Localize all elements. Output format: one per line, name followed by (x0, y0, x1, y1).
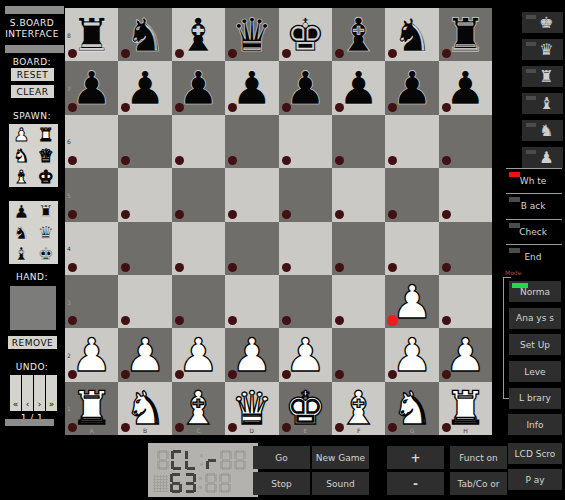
square-h2[interactable]: ♟ (439, 328, 492, 381)
square-dot (282, 49, 291, 58)
lcd-digit-C (171, 450, 183, 470)
file-label-d: D (225, 427, 278, 434)
square-h3[interactable] (439, 275, 492, 328)
square-dot (121, 210, 130, 219)
square-dot (442, 210, 451, 219)
undo-first-button[interactable]: « (10, 375, 21, 411)
lcd-digit-8 (219, 473, 231, 493)
square-g1[interactable]: ♞G (385, 382, 438, 435)
square-dot (175, 370, 184, 379)
square-dot (335, 103, 344, 112)
square-c6[interactable] (172, 115, 225, 168)
lcd-dot-matrix (153, 475, 168, 492)
lcd-scroll-button[interactable]: LCD Scro (508, 443, 562, 464)
lcd-row1 (157, 450, 246, 470)
lcd-colon (198, 473, 203, 493)
lcd-segment (207, 482, 215, 485)
square-e6[interactable] (279, 115, 332, 168)
spawn-palette-black: ♟♜♞♛♝♚ (9, 201, 58, 264)
square-h8[interactable]: ♜ (439, 8, 492, 61)
square-f3[interactable] (332, 275, 385, 328)
new-game-button[interactable]: New Game (312, 446, 369, 469)
square-d4[interactable] (225, 222, 278, 275)
square-g5[interactable] (385, 168, 438, 221)
file-label-e: E (279, 427, 332, 434)
square-dot (442, 263, 451, 272)
lcd-digit-8 (220, 450, 232, 470)
square-dot (68, 156, 77, 165)
sound-button[interactable]: Sound (312, 472, 369, 495)
lcd-segment (173, 467, 181, 470)
go-button[interactable]: Go (253, 446, 310, 469)
square-d6[interactable] (225, 115, 278, 168)
undo-back-button[interactable]: ‹ (22, 375, 33, 411)
lcd-segment (219, 484, 222, 492)
square-dot (175, 103, 184, 112)
lcd-segment (187, 467, 195, 470)
play-button[interactable]: P ay (508, 469, 562, 490)
lcd-segment (172, 490, 180, 493)
mode-library-button-label: L brary (519, 393, 551, 403)
board-section-label: BOARD: (0, 57, 64, 67)
white-button-label: Wh te (503, 176, 563, 186)
square-dot (388, 156, 397, 165)
mode-library-button[interactable]: L brary (509, 388, 561, 409)
lcd-segment (206, 461, 209, 469)
lcd-segment (207, 490, 215, 493)
file-label-a: A (65, 427, 118, 434)
lcd-segment (208, 459, 216, 462)
rank-label-1: 1 (67, 405, 71, 412)
lcd-segment (186, 490, 194, 493)
lcd-segment (170, 484, 173, 492)
divider-bar (5, 6, 64, 14)
mode-analysis-button-label: Ana ys s (516, 313, 554, 323)
square-f8[interactable]: ♝ (332, 8, 385, 61)
mode-level-button[interactable]: Leve (509, 361, 561, 382)
square-dot (228, 210, 237, 219)
square-c5[interactable] (172, 168, 225, 221)
square-dot (282, 263, 291, 272)
square-b3[interactable] (118, 275, 171, 328)
button-separator (506, 244, 562, 245)
square-g7[interactable]: ♟ (385, 61, 438, 114)
spawn-white-king[interactable]: ♚ (34, 166, 59, 187)
square-b5[interactable] (118, 168, 171, 221)
back-button[interactable]: B ack (503, 193, 563, 218)
square-c7[interactable]: ♟ (172, 61, 225, 114)
square-dot (335, 49, 344, 58)
button-separator (506, 168, 562, 169)
square-e4[interactable] (279, 222, 332, 275)
spawn-black-knight[interactable]: ♞ (9, 222, 34, 243)
lcd-segment (157, 461, 160, 469)
square-g6[interactable] (385, 115, 438, 168)
mode-setup-button[interactable]: Set Up (509, 334, 561, 355)
square-dot (175, 156, 184, 165)
lcd-digit-8 (157, 450, 169, 470)
square-c2[interactable]: ♟ (172, 328, 225, 381)
square-f5[interactable] (332, 168, 385, 221)
rook-icon: ♜ (522, 66, 563, 87)
spawn-palette-white: ♟♜♞♛♝♚ (9, 124, 58, 187)
file-label-h: H (439, 427, 492, 434)
square-b4[interactable] (118, 222, 171, 275)
lcd-digit-8 (205, 473, 217, 493)
square-h1[interactable]: ♜H (439, 382, 492, 435)
knight-icon: ♞ (522, 120, 563, 141)
lcd-segment (159, 459, 167, 462)
square-d7[interactable]: ♟ (225, 61, 278, 114)
bishop-icon: ♝ (522, 93, 563, 114)
square-h4[interactable] (439, 222, 492, 275)
square-e1[interactable]: ♚E (279, 382, 332, 435)
chess-board-interface: S.BOARD INTERFACE BOARD: RESET CLEAR SPA… (0, 0, 565, 500)
spawn-white-knight[interactable]: ♞ (9, 145, 34, 166)
square-f7[interactable]: ♟ (332, 61, 385, 114)
square-dot (335, 156, 344, 165)
square-dot (442, 316, 451, 325)
square-dot (335, 316, 344, 325)
king-icon: ♚ (522, 12, 563, 33)
back-button-label: B ack (503, 201, 563, 211)
square-dot (282, 210, 291, 219)
lcd-segment (173, 450, 181, 453)
square-b7[interactable]: ♟ (118, 61, 171, 114)
highlight-dot-g3 (387, 315, 398, 326)
square-dot (335, 263, 344, 272)
square-dot (68, 103, 77, 112)
lcd-segment (221, 490, 229, 493)
lcd-segment (172, 473, 180, 476)
lcd-segment (236, 467, 244, 470)
lcd-digit-L (185, 450, 197, 470)
lcd-digit-8 (234, 450, 246, 470)
queen-icon: ♛ (522, 39, 563, 60)
hand-box[interactable] (10, 286, 56, 330)
reset-button[interactable]: RESET (11, 68, 54, 81)
lcd-segment (234, 461, 237, 469)
square-dot (442, 370, 451, 379)
hand-section-label: HAND: (0, 272, 64, 282)
check-button[interactable]: Check (503, 219, 563, 244)
clear-button[interactable]: CLEAR (11, 85, 54, 98)
spawn-white-queen[interactable]: ♛ (34, 145, 59, 166)
square-dot (175, 263, 184, 272)
rank-label-3: 3 (67, 298, 71, 305)
rank-label-2: 2 (67, 352, 71, 359)
square-dot (282, 370, 291, 379)
app-title-line1: S.BOARD (0, 18, 64, 28)
square-c8[interactable]: ♝ (172, 8, 225, 61)
app-title-line2: INTERFACE (0, 29, 64, 39)
square-b2[interactable]: ♟ (118, 328, 171, 381)
mode-group-label: Mode (505, 269, 521, 276)
divider-bar (5, 419, 54, 426)
stop-button[interactable]: Stop (253, 472, 310, 495)
minus-button[interactable]: - (387, 472, 444, 495)
square-dot (175, 49, 184, 58)
lcd-segment (221, 482, 229, 485)
piece-button-bishop[interactable]: ♝ (522, 93, 563, 114)
square-a1[interactable]: ♜1A (65, 382, 118, 435)
divider-bar (5, 45, 64, 53)
square-f1[interactable]: ♝F (332, 382, 385, 435)
function-button[interactable]: Funct on (450, 446, 507, 469)
check-button-label: Check (503, 227, 563, 237)
square-a4[interactable]: 4 (65, 222, 118, 275)
mode-normal-button[interactable]: Norma (509, 281, 561, 302)
piece-button-pawn[interactable]: ♟ (522, 147, 563, 168)
spawn-black-bishop[interactable]: ♝ (9, 243, 34, 264)
rank-label-6: 6 (67, 138, 71, 145)
square-dot (388, 370, 397, 379)
spawn-black-king[interactable]: ♚ (34, 243, 59, 264)
square-dot (335, 210, 344, 219)
file-label-g: G (385, 427, 438, 434)
square-dot (228, 49, 237, 58)
square-d3[interactable] (225, 275, 278, 328)
square-dot (121, 370, 130, 379)
square-dot (282, 156, 291, 165)
plus-button[interactable]: + (387, 446, 444, 469)
square-a7[interactable]: ♟7 (65, 61, 118, 114)
square-g8[interactable]: ♞ (385, 8, 438, 61)
square-dot (388, 263, 397, 272)
undo-section-label: UNDO: (0, 362, 64, 372)
square-h7[interactable]: ♟ (439, 61, 492, 114)
square-dot (68, 49, 77, 58)
square-dot (68, 316, 77, 325)
square-dot (68, 263, 77, 272)
square-dot (388, 49, 397, 58)
lcd-display (148, 443, 258, 497)
square-c3[interactable] (172, 275, 225, 328)
square-dot (228, 103, 237, 112)
lcd-segment (171, 461, 174, 469)
spawn-black-pawn[interactable]: ♟ (9, 201, 34, 222)
square-b1[interactable]: ♞B (118, 382, 171, 435)
square-h6[interactable] (439, 115, 492, 168)
lcd-segment (186, 482, 194, 485)
lcd-segment (236, 459, 244, 462)
square-dot (68, 210, 77, 219)
square-h5[interactable] (439, 168, 492, 221)
spawn-white-pawn[interactable]: ♟ (9, 124, 34, 145)
square-f4[interactable] (332, 222, 385, 275)
lcd-segment (222, 459, 230, 462)
lcd-segment (220, 461, 223, 469)
mode-level-button-label: Leve (524, 367, 545, 377)
square-c4[interactable] (172, 222, 225, 275)
square-dot (121, 156, 130, 165)
square-a5[interactable]: 5 (65, 168, 118, 221)
square-dot (442, 156, 451, 165)
lcd-digit-r (206, 450, 218, 470)
square-d2[interactable]: ♟ (225, 328, 278, 381)
square-dot (442, 49, 451, 58)
undo-controls: «‹›» (10, 375, 57, 411)
lcd-segment (205, 484, 208, 492)
square-dot (175, 210, 184, 219)
mode-analysis-button[interactable]: Ana ys s (509, 308, 561, 329)
piece-button-queen[interactable]: ♛ (522, 39, 563, 60)
square-b6[interactable] (118, 115, 171, 168)
square-e8[interactable]: ♚ (279, 8, 332, 61)
square-dot (228, 316, 237, 325)
mode-setup-button-label: Set Up (520, 340, 550, 350)
square-dot (282, 103, 291, 112)
lcd-segment (185, 461, 188, 469)
undo-last-button[interactable]: » (46, 375, 57, 411)
square-e7[interactable]: ♟ (279, 61, 332, 114)
file-label-c: C (172, 427, 225, 434)
white-button[interactable]: Wh te (503, 168, 563, 193)
pawn-icon: ♟ (522, 147, 563, 168)
square-g4[interactable] (385, 222, 438, 275)
mode-normal-button-label: Norma (520, 287, 550, 297)
square-dot (335, 370, 344, 379)
square-dot (228, 156, 237, 165)
square-dot (228, 263, 237, 272)
lcd-digit-6 (170, 473, 182, 493)
square-d8[interactable]: ♛ (225, 8, 278, 61)
end-button-label: End (503, 252, 563, 262)
square-c1[interactable]: ♝C (172, 382, 225, 435)
square-dot (121, 103, 130, 112)
square-b8[interactable]: ♞ (118, 8, 171, 61)
square-d5[interactable] (225, 168, 278, 221)
square-a6[interactable]: 6 (65, 115, 118, 168)
rank-label-8: 8 (67, 31, 71, 38)
square-a2[interactable]: ♟2 (65, 328, 118, 381)
spawn-section-label: SPAWN: (0, 111, 64, 121)
square-dot (68, 370, 77, 379)
square-dot (121, 49, 130, 58)
square-dot (388, 210, 397, 219)
rank-label-7: 7 (67, 85, 71, 92)
square-a3[interactable]: 3 (65, 275, 118, 328)
end-button[interactable]: End (503, 244, 563, 269)
square-e3[interactable] (279, 275, 332, 328)
square-g3[interactable]: ♟ (385, 275, 438, 328)
square-dot (175, 316, 184, 325)
tab-color-button[interactable]: Tab/Co or (450, 472, 507, 495)
square-e2[interactable]: ♟ (279, 328, 332, 381)
square-f2[interactable] (332, 328, 385, 381)
lcd-segment (171, 451, 174, 459)
undo-forward-button[interactable]: › (34, 375, 45, 411)
lcd-segment (185, 451, 188, 459)
remove-button[interactable]: REMOVE (8, 336, 57, 349)
lcd-colon (199, 450, 204, 470)
square-f6[interactable] (332, 115, 385, 168)
info-button[interactable]: Info (508, 414, 562, 435)
square-dot (121, 263, 130, 272)
lcd-digit-3 (184, 473, 196, 493)
piece-button-rook[interactable]: ♜ (522, 66, 563, 87)
spawn-black-queen[interactable]: ♛ (34, 222, 59, 243)
button-separator (506, 193, 562, 194)
square-dot (282, 316, 291, 325)
mode-led (512, 283, 528, 288)
square-dot (442, 103, 451, 112)
piece-button-knight[interactable]: ♞ (522, 120, 563, 141)
piece-button-king[interactable]: ♚ (522, 12, 563, 33)
square-dot (121, 316, 130, 325)
spawn-white-bishop[interactable]: ♝ (9, 166, 34, 187)
square-dot (388, 103, 397, 112)
button-separator (506, 219, 562, 220)
lcd-segment (222, 467, 230, 470)
square-dot (228, 370, 237, 379)
square-g2[interactable]: ♟ (385, 328, 438, 381)
lcd-segment (172, 482, 180, 485)
lcd-row2 (153, 473, 231, 493)
rank-label-4: 4 (67, 245, 71, 252)
spawn-black-rook[interactable]: ♜ (34, 201, 59, 222)
spawn-white-rook[interactable]: ♜ (34, 124, 59, 145)
file-label-b: B (118, 427, 171, 434)
square-d1[interactable]: ♛D (225, 382, 278, 435)
square-a8[interactable]: ♜8 (65, 8, 118, 61)
rank-label-5: 5 (67, 191, 71, 198)
square-e5[interactable] (279, 168, 332, 221)
file-label-f: F (332, 427, 385, 434)
lcd-segment (159, 467, 167, 470)
